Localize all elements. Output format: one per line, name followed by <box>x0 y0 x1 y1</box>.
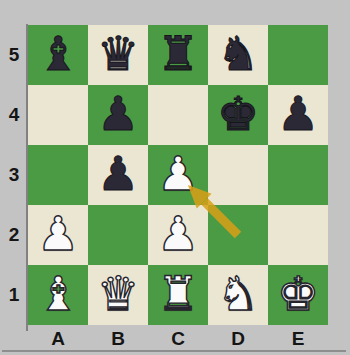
black-pawn[interactable]: ♟ <box>97 144 139 204</box>
square-c1[interactable]: ♜ <box>148 265 208 325</box>
square-b4[interactable]: ♟ <box>88 85 148 145</box>
square-a5[interactable]: ♝ <box>28 25 88 85</box>
file-label-d: D <box>208 328 268 350</box>
square-c3[interactable]: ♟ <box>148 145 208 205</box>
white-bishop[interactable]: ♝ <box>37 264 79 324</box>
rank-label-2: 2 <box>0 205 28 265</box>
file-label-c: C <box>148 328 208 350</box>
square-d5[interactable]: ♞ <box>208 25 268 85</box>
square-e4[interactable]: ♟ <box>268 85 328 145</box>
white-queen[interactable]: ♛ <box>97 264 139 324</box>
square-d1[interactable]: ♞ <box>208 265 268 325</box>
white-knight[interactable]: ♞ <box>217 264 259 324</box>
square-c5[interactable]: ♜ <box>148 25 208 85</box>
square-e3[interactable] <box>268 145 328 205</box>
rank-label-4: 4 <box>0 85 28 145</box>
square-d3[interactable] <box>208 145 268 205</box>
square-e5[interactable] <box>268 25 328 85</box>
file-label-a: A <box>28 328 88 350</box>
square-c4[interactable] <box>148 85 208 145</box>
square-e1[interactable]: ♚ <box>268 265 328 325</box>
square-d2[interactable] <box>208 205 268 265</box>
black-bishop[interactable]: ♝ <box>37 24 79 84</box>
file-label-e: E <box>268 328 328 350</box>
square-b1[interactable]: ♛ <box>88 265 148 325</box>
black-rook[interactable]: ♜ <box>157 24 199 84</box>
rank-label-3: 3 <box>0 145 28 205</box>
black-queen[interactable]: ♛ <box>97 24 139 84</box>
file-labels: ABCDE <box>28 328 328 350</box>
chess-app-stage: 54321 ♝♛♜♞♟♚♟♟♟♟♟♝♛♜♞♚ ABCDE <box>0 0 350 355</box>
white-king[interactable]: ♚ <box>277 264 319 324</box>
white-pawn[interactable]: ♟ <box>157 144 199 204</box>
black-pawn[interactable]: ♟ <box>97 84 139 144</box>
rank-labels: 54321 <box>0 25 28 325</box>
board[interactable]: ♝♛♜♞♟♚♟♟♟♟♟♝♛♜♞♚ <box>28 25 328 325</box>
square-b5[interactable]: ♛ <box>88 25 148 85</box>
white-rook[interactable]: ♜ <box>157 264 199 324</box>
black-king[interactable]: ♚ <box>217 84 259 144</box>
bottom-divider <box>2 350 346 352</box>
rank-label-1: 1 <box>0 265 28 325</box>
white-pawn[interactable]: ♟ <box>37 204 79 264</box>
square-a3[interactable] <box>28 145 88 205</box>
black-knight[interactable]: ♞ <box>217 24 259 84</box>
square-d4[interactable]: ♚ <box>208 85 268 145</box>
square-a2[interactable]: ♟ <box>28 205 88 265</box>
file-label-b: B <box>88 328 148 350</box>
white-pawn[interactable]: ♟ <box>157 204 199 264</box>
square-b3[interactable]: ♟ <box>88 145 148 205</box>
square-a1[interactable]: ♝ <box>28 265 88 325</box>
square-b2[interactable] <box>88 205 148 265</box>
square-a4[interactable] <box>28 85 88 145</box>
square-c2[interactable]: ♟ <box>148 205 208 265</box>
rank-label-5: 5 <box>0 25 28 85</box>
black-pawn[interactable]: ♟ <box>277 84 319 144</box>
square-e2[interactable] <box>268 205 328 265</box>
